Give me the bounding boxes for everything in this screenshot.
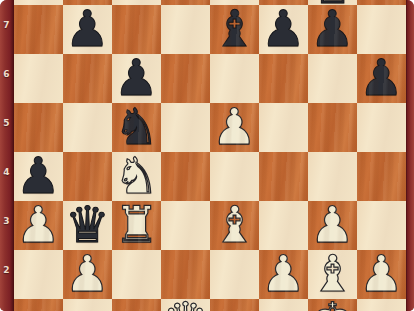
black-pawn-a4[interactable]: ♟ (14, 152, 63, 201)
square-d7[interactable] (161, 5, 210, 54)
square-e5[interactable]: ♟ (210, 103, 259, 152)
square-d6[interactable] (161, 54, 210, 103)
square-e7[interactable]: ♝ (210, 5, 259, 54)
white-knight-c4[interactable]: ♞ (112, 152, 161, 201)
square-g5[interactable] (308, 103, 357, 152)
square-b7[interactable]: ♟ (63, 5, 112, 54)
white-bishop-e3[interactable]: ♝ (210, 201, 259, 250)
square-g2[interactable]: ♝ (308, 250, 357, 299)
square-c7[interactable] (112, 5, 161, 54)
square-a5[interactable] (14, 103, 63, 152)
white-bishop-g2[interactable]: ♝ (308, 250, 357, 299)
square-d5[interactable] (161, 103, 210, 152)
white-pawn-b2[interactable]: ♟ (63, 250, 112, 299)
square-h1[interactable] (357, 299, 406, 311)
white-queen-d1[interactable]: ♛ (161, 299, 210, 311)
square-c2[interactable] (112, 250, 161, 299)
square-a6[interactable] (14, 54, 63, 103)
square-e1[interactable] (210, 299, 259, 311)
square-g1[interactable]: ♚ (308, 299, 357, 311)
rank-label-6: 6 (0, 69, 13, 79)
black-pawn-b7[interactable]: ♟ (63, 5, 112, 54)
square-g6[interactable] (308, 54, 357, 103)
white-pawn-a3[interactable]: ♟ (14, 201, 63, 250)
square-b5[interactable] (63, 103, 112, 152)
rank-label-7: 7 (0, 20, 13, 30)
black-pawn-f7[interactable]: ♟ (259, 5, 308, 54)
square-d4[interactable] (161, 152, 210, 201)
square-h6[interactable]: ♟ (357, 54, 406, 103)
square-f1[interactable] (259, 299, 308, 311)
black-knight-c5[interactable]: ♞ (112, 103, 161, 152)
black-pawn-c6[interactable]: ♟ (112, 54, 161, 103)
square-d1[interactable]: ♛ (161, 299, 210, 311)
square-b1[interactable] (63, 299, 112, 311)
square-c1[interactable] (112, 299, 161, 311)
square-g7[interactable]: ♟ (308, 5, 357, 54)
square-f5[interactable] (259, 103, 308, 152)
rank-label-3: 3 (0, 216, 13, 226)
square-a3[interactable]: ♟ (14, 201, 63, 250)
square-b4[interactable] (63, 152, 112, 201)
square-h5[interactable] (357, 103, 406, 152)
square-g3[interactable]: ♟ (308, 201, 357, 250)
white-rook-c3[interactable]: ♜ (112, 201, 161, 250)
square-c5[interactable]: ♞ (112, 103, 161, 152)
square-h4[interactable] (357, 152, 406, 201)
square-c6[interactable]: ♟ (112, 54, 161, 103)
square-f3[interactable] (259, 201, 308, 250)
square-c4[interactable]: ♞ (112, 152, 161, 201)
square-d3[interactable] (161, 201, 210, 250)
square-a2[interactable] (14, 250, 63, 299)
square-b6[interactable] (63, 54, 112, 103)
white-king-g1[interactable]: ♚ (308, 299, 357, 311)
square-d2[interactable] (161, 250, 210, 299)
board-frame-right (406, 0, 414, 311)
square-f7[interactable]: ♟ (259, 5, 308, 54)
square-f6[interactable] (259, 54, 308, 103)
black-pawn-g7[interactable]: ♟ (308, 5, 357, 54)
square-h7[interactable] (357, 5, 406, 54)
square-c3[interactable]: ♜ (112, 201, 161, 250)
square-h2[interactable]: ♟ (357, 250, 406, 299)
square-e2[interactable] (210, 250, 259, 299)
black-bishop-e7[interactable]: ♝ (210, 5, 259, 54)
square-b3[interactable]: ♛ (63, 201, 112, 250)
square-e4[interactable] (210, 152, 259, 201)
square-b2[interactable]: ♟ (63, 250, 112, 299)
black-queen-b3[interactable]: ♛ (63, 201, 112, 250)
white-pawn-g3[interactable]: ♟ (308, 201, 357, 250)
black-pawn-h6[interactable]: ♟ (357, 54, 406, 103)
rank-label-2: 2 (0, 265, 13, 275)
white-pawn-f2[interactable]: ♟ (259, 250, 308, 299)
square-e6[interactable] (210, 54, 259, 103)
rank-label-4: 4 (0, 167, 13, 177)
chess-board: ♚♟♝♟♟♟♟♞♟♟♞♟♛♜♝♟♟♟♝♟♛♚ (14, 0, 406, 311)
white-pawn-e5[interactable]: ♟ (210, 103, 259, 152)
square-e3[interactable]: ♝ (210, 201, 259, 250)
square-a7[interactable] (14, 5, 63, 54)
square-a4[interactable]: ♟ (14, 152, 63, 201)
rank-label-5: 5 (0, 118, 13, 128)
square-h3[interactable] (357, 201, 406, 250)
square-a1[interactable] (14, 299, 63, 311)
square-g4[interactable] (308, 152, 357, 201)
white-pawn-h2[interactable]: ♟ (357, 250, 406, 299)
chess-board-screenshot: ♚♟♝♟♟♟♟♞♟♟♞♟♛♜♝♟♟♟♝♟♛♚ 765432 (0, 0, 414, 311)
square-f2[interactable]: ♟ (259, 250, 308, 299)
square-f4[interactable] (259, 152, 308, 201)
